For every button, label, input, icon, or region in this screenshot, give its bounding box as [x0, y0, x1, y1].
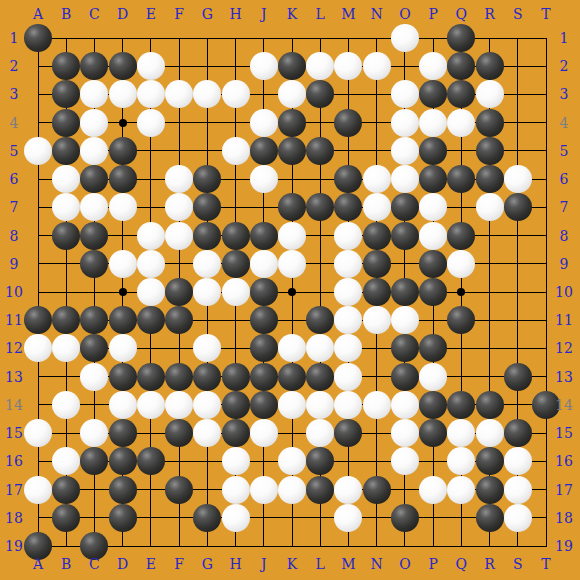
black-stone-Q3[interactable] — [447, 80, 475, 108]
white-stone-M17[interactable] — [334, 476, 362, 504]
black-stone-R6[interactable] — [476, 165, 504, 193]
white-stone-B6[interactable] — [52, 165, 80, 193]
white-stone-G10[interactable] — [193, 278, 221, 306]
white-stone-K17[interactable] — [278, 476, 306, 504]
white-stone-H18[interactable] — [222, 504, 250, 532]
row-label-left-15: 15 — [1, 425, 27, 441]
white-stone-M9[interactable] — [334, 250, 362, 278]
black-stone-R17[interactable] — [476, 476, 504, 504]
black-stone-H9[interactable] — [222, 250, 250, 278]
black-stone-G13[interactable] — [193, 363, 221, 391]
black-stone-B17[interactable] — [52, 476, 80, 504]
col-label-bottom-C: C — [81, 556, 107, 572]
col-label-bottom-O: O — [392, 556, 418, 572]
black-stone-N17[interactable] — [363, 476, 391, 504]
black-stone-B4[interactable] — [52, 109, 80, 137]
white-stone-N11[interactable] — [363, 306, 391, 334]
row-label-left-14: 14 — [1, 397, 27, 413]
white-stone-M8[interactable] — [334, 222, 362, 250]
white-stone-H5[interactable] — [222, 137, 250, 165]
white-stone-C13[interactable] — [80, 363, 108, 391]
black-stone-D15[interactable] — [109, 419, 137, 447]
white-stone-Q9[interactable] — [447, 250, 475, 278]
black-stone-Q14[interactable] — [447, 391, 475, 419]
row-label-left-7: 7 — [1, 199, 27, 215]
row-label-right-3: 3 — [551, 86, 577, 102]
row-label-right-12: 12 — [551, 340, 577, 356]
row-label-left-11: 11 — [1, 312, 27, 328]
row-label-left-12: 12 — [1, 340, 27, 356]
black-stone-J11[interactable] — [250, 306, 278, 334]
white-stone-R15[interactable] — [476, 419, 504, 447]
black-stone-P6[interactable] — [419, 165, 447, 193]
white-stone-O5[interactable] — [391, 137, 419, 165]
row-label-left-2: 2 — [1, 58, 27, 74]
white-stone-B14[interactable] — [52, 391, 80, 419]
row-label-right-18: 18 — [551, 510, 577, 526]
black-stone-D5[interactable] — [109, 137, 137, 165]
black-stone-L5[interactable] — [306, 137, 334, 165]
white-stone-R7[interactable] — [476, 193, 504, 221]
black-stone-B3[interactable] — [52, 80, 80, 108]
black-stone-O8[interactable] — [391, 222, 419, 250]
col-label-top-H: H — [223, 6, 249, 22]
white-stone-M13[interactable] — [334, 363, 362, 391]
white-stone-G15[interactable] — [193, 419, 221, 447]
white-stone-J2[interactable] — [250, 52, 278, 80]
white-stone-O11[interactable] — [391, 306, 419, 334]
black-stone-K2[interactable] — [278, 52, 306, 80]
black-stone-F13[interactable] — [165, 363, 193, 391]
white-stone-L2[interactable] — [306, 52, 334, 80]
black-stone-M6[interactable] — [334, 165, 362, 193]
black-stone-H8[interactable] — [222, 222, 250, 250]
black-stone-F11[interactable] — [165, 306, 193, 334]
white-stone-K8[interactable] — [278, 222, 306, 250]
grid-vline — [546, 38, 547, 547]
white-stone-J15[interactable] — [250, 419, 278, 447]
col-label-bottom-D: D — [110, 556, 136, 572]
black-stone-P9[interactable] — [419, 250, 447, 278]
white-stone-S16[interactable] — [504, 447, 532, 475]
black-stone-P14[interactable] — [419, 391, 447, 419]
black-stone-R16[interactable] — [476, 447, 504, 475]
row-label-right-5: 5 — [551, 143, 577, 159]
black-stone-Q6[interactable] — [447, 165, 475, 193]
black-stone-C2[interactable] — [80, 52, 108, 80]
white-stone-M14[interactable] — [334, 391, 362, 419]
black-stone-N8[interactable] — [363, 222, 391, 250]
black-stone-B11[interactable] — [52, 306, 80, 334]
col-label-top-P: P — [420, 6, 446, 22]
white-stone-A15[interactable] — [24, 419, 52, 447]
black-stone-J14[interactable] — [250, 391, 278, 419]
col-label-bottom-M: M — [335, 556, 361, 572]
col-label-bottom-L: L — [307, 556, 333, 572]
row-label-left-19: 19 — [1, 538, 27, 554]
black-stone-O10[interactable] — [391, 278, 419, 306]
black-stone-L7[interactable] — [306, 193, 334, 221]
white-stone-C3[interactable] — [80, 80, 108, 108]
black-stone-D16[interactable] — [109, 447, 137, 475]
white-stone-O1[interactable] — [391, 24, 419, 52]
row-label-left-13: 13 — [1, 369, 27, 385]
col-label-top-E: E — [138, 6, 164, 22]
row-label-left-17: 17 — [1, 482, 27, 498]
black-stone-B8[interactable] — [52, 222, 80, 250]
row-label-right-19: 19 — [551, 538, 577, 554]
col-label-bottom-F: F — [166, 556, 192, 572]
white-stone-F8[interactable] — [165, 222, 193, 250]
black-stone-F10[interactable] — [165, 278, 193, 306]
col-label-top-N: N — [364, 6, 390, 22]
col-label-top-G: G — [194, 6, 220, 22]
black-stone-F17[interactable] — [165, 476, 193, 504]
black-stone-P3[interactable] — [419, 80, 447, 108]
black-stone-D2[interactable] — [109, 52, 137, 80]
black-stone-C9[interactable] — [80, 250, 108, 278]
white-stone-Q15[interactable] — [447, 419, 475, 447]
black-stone-C6[interactable] — [80, 165, 108, 193]
star-point — [119, 288, 127, 296]
col-label-bottom-J: J — [251, 556, 277, 572]
col-label-top-F: F — [166, 6, 192, 22]
star-point — [457, 288, 465, 296]
black-stone-J10[interactable] — [250, 278, 278, 306]
white-stone-P13[interactable] — [419, 363, 447, 391]
black-stone-R5[interactable] — [476, 137, 504, 165]
col-label-bottom-K: K — [279, 556, 305, 572]
white-stone-K12[interactable] — [278, 334, 306, 362]
white-stone-F14[interactable] — [165, 391, 193, 419]
white-stone-G3[interactable] — [193, 80, 221, 108]
col-label-bottom-A: A — [25, 556, 51, 572]
row-label-right-10: 10 — [551, 284, 577, 300]
black-stone-D11[interactable] — [109, 306, 137, 334]
grid-hline — [38, 546, 547, 547]
col-label-bottom-P: P — [420, 556, 446, 572]
black-stone-A1[interactable] — [24, 24, 52, 52]
white-stone-O15[interactable] — [391, 419, 419, 447]
white-stone-H10[interactable] — [222, 278, 250, 306]
white-stone-S18[interactable] — [504, 504, 532, 532]
row-label-right-14: 14 — [551, 397, 577, 413]
white-stone-A5[interactable] — [24, 137, 52, 165]
row-label-right-2: 2 — [551, 58, 577, 74]
white-stone-L15[interactable] — [306, 419, 334, 447]
row-label-right-9: 9 — [551, 256, 577, 272]
black-stone-J13[interactable] — [250, 363, 278, 391]
black-stone-L11[interactable] — [306, 306, 334, 334]
black-stone-S7[interactable] — [504, 193, 532, 221]
black-stone-O12[interactable] — [391, 334, 419, 362]
white-stone-C7[interactable] — [80, 193, 108, 221]
row-label-left-4: 4 — [1, 115, 27, 131]
row-label-left-6: 6 — [1, 171, 27, 187]
black-stone-C12[interactable] — [80, 334, 108, 362]
black-stone-P5[interactable] — [419, 137, 447, 165]
col-label-bottom-H: H — [223, 556, 249, 572]
black-stone-K5[interactable] — [278, 137, 306, 165]
black-stone-H14[interactable] — [222, 391, 250, 419]
row-label-left-1: 1 — [1, 30, 27, 46]
black-stone-G6[interactable] — [193, 165, 221, 193]
black-stone-E13[interactable] — [137, 363, 165, 391]
col-label-top-K: K — [279, 6, 305, 22]
black-stone-R4[interactable] — [476, 109, 504, 137]
white-stone-Q17[interactable] — [447, 476, 475, 504]
black-stone-N10[interactable] — [363, 278, 391, 306]
white-stone-J4[interactable] — [250, 109, 278, 137]
col-label-top-J: J — [251, 6, 277, 22]
black-stone-G18[interactable] — [193, 504, 221, 532]
white-stone-O3[interactable] — [391, 80, 419, 108]
col-label-bottom-T: T — [533, 556, 559, 572]
col-label-top-O: O — [392, 6, 418, 22]
white-stone-G14[interactable] — [193, 391, 221, 419]
black-stone-F15[interactable] — [165, 419, 193, 447]
black-stone-D18[interactable] — [109, 504, 137, 532]
col-label-bottom-R: R — [477, 556, 503, 572]
black-stone-K7[interactable] — [278, 193, 306, 221]
col-label-top-S: S — [505, 6, 531, 22]
black-stone-Q11[interactable] — [447, 306, 475, 334]
white-stone-E2[interactable] — [137, 52, 165, 80]
white-stone-Q16[interactable] — [447, 447, 475, 475]
white-stone-R3[interactable] — [476, 80, 504, 108]
white-stone-F3[interactable] — [165, 80, 193, 108]
col-label-bottom-E: E — [138, 556, 164, 572]
white-stone-H16[interactable] — [222, 447, 250, 475]
black-stone-S15[interactable] — [504, 419, 532, 447]
row-label-right-11: 11 — [551, 312, 577, 328]
row-label-left-8: 8 — [1, 228, 27, 244]
white-stone-E4[interactable] — [137, 109, 165, 137]
row-label-right-8: 8 — [551, 228, 577, 244]
black-stone-E16[interactable] — [137, 447, 165, 475]
row-label-right-16: 16 — [551, 453, 577, 469]
white-stone-A12[interactable] — [24, 334, 52, 362]
black-stone-Q2[interactable] — [447, 52, 475, 80]
white-stone-B12[interactable] — [52, 334, 80, 362]
go-board[interactable]: AABBCCDDEEFFGGHHJJKKLLMMNNOOPPQQRRSSTT11… — [0, 0, 580, 580]
black-stone-P10[interactable] — [419, 278, 447, 306]
col-label-bottom-N: N — [364, 556, 390, 572]
black-stone-G8[interactable] — [193, 222, 221, 250]
row-label-right-4: 4 — [551, 115, 577, 131]
white-stone-N7[interactable] — [363, 193, 391, 221]
black-stone-P12[interactable] — [419, 334, 447, 362]
white-stone-O16[interactable] — [391, 447, 419, 475]
white-stone-N14[interactable] — [363, 391, 391, 419]
row-label-left-18: 18 — [1, 510, 27, 526]
white-stone-K14[interactable] — [278, 391, 306, 419]
white-stone-C4[interactable] — [80, 109, 108, 137]
white-stone-C15[interactable] — [80, 419, 108, 447]
row-label-right-6: 6 — [551, 171, 577, 187]
black-stone-L16[interactable] — [306, 447, 334, 475]
black-stone-D6[interactable] — [109, 165, 137, 193]
white-stone-M10[interactable] — [334, 278, 362, 306]
white-stone-B7[interactable] — [52, 193, 80, 221]
black-stone-R14[interactable] — [476, 391, 504, 419]
white-stone-S17[interactable] — [504, 476, 532, 504]
black-stone-L3[interactable] — [306, 80, 334, 108]
black-stone-D13[interactable] — [109, 363, 137, 391]
white-stone-E9[interactable] — [137, 250, 165, 278]
white-stone-E14[interactable] — [137, 391, 165, 419]
white-stone-A17[interactable] — [24, 476, 52, 504]
black-stone-R2[interactable] — [476, 52, 504, 80]
white-stone-P8[interactable] — [419, 222, 447, 250]
row-label-right-1: 1 — [551, 30, 577, 46]
black-stone-A11[interactable] — [24, 306, 52, 334]
black-stone-L13[interactable] — [306, 363, 334, 391]
black-stone-O13[interactable] — [391, 363, 419, 391]
white-stone-G9[interactable] — [193, 250, 221, 278]
row-label-left-5: 5 — [1, 143, 27, 159]
black-stone-O18[interactable] — [391, 504, 419, 532]
white-stone-O6[interactable] — [391, 165, 419, 193]
black-stone-J5[interactable] — [250, 137, 278, 165]
black-stone-S13[interactable] — [504, 363, 532, 391]
black-stone-H13[interactable] — [222, 363, 250, 391]
black-stone-C11[interactable] — [80, 306, 108, 334]
col-label-top-B: B — [53, 6, 79, 22]
black-stone-Q1[interactable] — [447, 24, 475, 52]
white-stone-P4[interactable] — [419, 109, 447, 137]
black-stone-C8[interactable] — [80, 222, 108, 250]
star-point — [119, 119, 127, 127]
white-stone-J6[interactable] — [250, 165, 278, 193]
row-label-left-3: 3 — [1, 86, 27, 102]
black-stone-M4[interactable] — [334, 109, 362, 137]
black-stone-B18[interactable] — [52, 504, 80, 532]
black-stone-O7[interactable] — [391, 193, 419, 221]
star-point — [288, 288, 296, 296]
row-label-right-13: 13 — [551, 369, 577, 385]
col-label-bottom-B: B — [53, 556, 79, 572]
black-stone-Q8[interactable] — [447, 222, 475, 250]
black-stone-K4[interactable] — [278, 109, 306, 137]
white-stone-M11[interactable] — [334, 306, 362, 334]
black-stone-K13[interactable] — [278, 363, 306, 391]
white-stone-D14[interactable] — [109, 391, 137, 419]
white-stone-J9[interactable] — [250, 250, 278, 278]
white-stone-E3[interactable] — [137, 80, 165, 108]
white-stone-C5[interactable] — [80, 137, 108, 165]
col-label-top-M: M — [335, 6, 361, 22]
white-stone-D3[interactable] — [109, 80, 137, 108]
white-stone-S6[interactable] — [504, 165, 532, 193]
white-stone-L12[interactable] — [306, 334, 334, 362]
white-stone-N2[interactable] — [363, 52, 391, 80]
black-stone-H15[interactable] — [222, 419, 250, 447]
white-stone-P17[interactable] — [419, 476, 447, 504]
row-label-left-10: 10 — [1, 284, 27, 300]
row-label-left-9: 9 — [1, 256, 27, 272]
white-stone-H3[interactable] — [222, 80, 250, 108]
white-stone-B16[interactable] — [52, 447, 80, 475]
black-stone-D17[interactable] — [109, 476, 137, 504]
black-stone-L17[interactable] — [306, 476, 334, 504]
white-stone-L14[interactable] — [306, 391, 334, 419]
row-label-right-15: 15 — [551, 425, 577, 441]
white-stone-M12[interactable] — [334, 334, 362, 362]
row-label-right-7: 7 — [551, 199, 577, 215]
white-stone-M18[interactable] — [334, 504, 362, 532]
white-stone-E10[interactable] — [137, 278, 165, 306]
col-label-top-L: L — [307, 6, 333, 22]
black-stone-B5[interactable] — [52, 137, 80, 165]
white-stone-G12[interactable] — [193, 334, 221, 362]
col-label-top-C: C — [81, 6, 107, 22]
black-stone-B2[interactable] — [52, 52, 80, 80]
black-stone-E11[interactable] — [137, 306, 165, 334]
col-label-top-A: A — [25, 6, 51, 22]
black-stone-G7[interactable] — [193, 193, 221, 221]
white-stone-P7[interactable] — [419, 193, 447, 221]
col-label-top-T: T — [533, 6, 559, 22]
white-stone-M2[interactable] — [334, 52, 362, 80]
white-stone-K16[interactable] — [278, 447, 306, 475]
black-stone-M15[interactable] — [334, 419, 362, 447]
white-stone-P2[interactable] — [419, 52, 447, 80]
col-label-bottom-Q: Q — [448, 556, 474, 572]
white-stone-J17[interactable] — [250, 476, 278, 504]
black-stone-J12[interactable] — [250, 334, 278, 362]
white-stone-F7[interactable] — [165, 193, 193, 221]
black-stone-M7[interactable] — [334, 193, 362, 221]
white-stone-K3[interactable] — [278, 80, 306, 108]
white-stone-D7[interactable] — [109, 193, 137, 221]
black-stone-C16[interactable] — [80, 447, 108, 475]
col-label-bottom-S: S — [505, 556, 531, 572]
row-label-left-16: 16 — [1, 453, 27, 469]
white-stone-Q4[interactable] — [447, 109, 475, 137]
white-stone-F6[interactable] — [165, 165, 193, 193]
white-stone-K9[interactable] — [278, 250, 306, 278]
white-stone-O4[interactable] — [391, 109, 419, 137]
white-stone-D12[interactable] — [109, 334, 137, 362]
col-label-top-D: D — [110, 6, 136, 22]
black-stone-R18[interactable] — [476, 504, 504, 532]
white-stone-E8[interactable] — [137, 222, 165, 250]
col-label-top-Q: Q — [448, 6, 474, 22]
col-label-bottom-G: G — [194, 556, 220, 572]
white-stone-D9[interactable] — [109, 250, 137, 278]
black-stone-N9[interactable] — [363, 250, 391, 278]
white-stone-N6[interactable] — [363, 165, 391, 193]
white-stone-O14[interactable] — [391, 391, 419, 419]
row-label-right-17: 17 — [551, 482, 577, 498]
white-stone-H17[interactable] — [222, 476, 250, 504]
black-stone-P15[interactable] — [419, 419, 447, 447]
col-label-top-R: R — [477, 6, 503, 22]
black-stone-J8[interactable] — [250, 222, 278, 250]
